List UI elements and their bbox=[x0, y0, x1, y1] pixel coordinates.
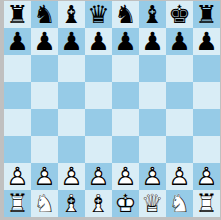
black-king-icon[interactable]: ♚ bbox=[166, 1, 193, 28]
black-piece-glyph: ♚ bbox=[166, 1, 193, 28]
square-h7[interactable]: ♟ bbox=[193, 28, 220, 55]
square-c2[interactable]: ♟♙ bbox=[58, 163, 85, 190]
square-g2[interactable]: ♟♙ bbox=[166, 163, 193, 190]
black-bishop-icon[interactable]: ♝ bbox=[58, 1, 85, 28]
square-e3[interactable] bbox=[112, 136, 139, 163]
black-piece-glyph: ♟ bbox=[31, 28, 58, 55]
square-g3[interactable] bbox=[166, 136, 193, 163]
square-a7[interactable]: ♟ bbox=[4, 28, 31, 55]
square-g5[interactable] bbox=[166, 82, 193, 109]
square-a5[interactable] bbox=[4, 82, 31, 109]
square-h3[interactable] bbox=[193, 136, 220, 163]
square-e8[interactable]: ♞ bbox=[112, 1, 139, 28]
white-king-icon[interactable]: ♚♔ bbox=[112, 190, 139, 217]
square-d3[interactable] bbox=[85, 136, 112, 163]
white-piece-outline: ♙ bbox=[58, 163, 85, 190]
black-piece-glyph: ♞ bbox=[31, 1, 58, 28]
square-h4[interactable] bbox=[193, 109, 220, 136]
square-g4[interactable] bbox=[166, 109, 193, 136]
square-b4[interactable] bbox=[31, 109, 58, 136]
black-piece-glyph: ♝ bbox=[139, 1, 166, 28]
black-rook-icon[interactable]: ♜ bbox=[193, 1, 220, 28]
black-pawn-icon[interactable]: ♟ bbox=[85, 28, 112, 55]
square-c8[interactable]: ♝ bbox=[58, 1, 85, 28]
square-a6[interactable] bbox=[4, 55, 31, 82]
square-h8[interactable]: ♜ bbox=[193, 1, 220, 28]
black-piece-glyph: ♜ bbox=[193, 1, 220, 28]
black-piece-glyph: ♟ bbox=[4, 28, 31, 55]
white-bishop-icon[interactable]: ♝♗ bbox=[58, 190, 85, 217]
square-e5[interactable] bbox=[112, 82, 139, 109]
white-pawn-icon[interactable]: ♟♙ bbox=[193, 163, 220, 190]
black-piece-glyph: ♛ bbox=[85, 1, 112, 28]
chess-app-window: ♜♞♝♛♞♝♚♜♟♟♟♟♟♟♟♟♟♙♟♙♟♙♟♙♟♙♟♙♟♙♟♙♜♖♞♘♝♗♝♗… bbox=[0, 0, 221, 220]
white-piece-outline: ♙ bbox=[85, 163, 112, 190]
white-pawn-icon[interactable]: ♟♙ bbox=[31, 163, 58, 190]
square-b2[interactable]: ♟♙ bbox=[31, 163, 58, 190]
black-bishop-icon[interactable]: ♝ bbox=[139, 1, 166, 28]
black-piece-glyph: ♟ bbox=[193, 28, 220, 55]
white-piece-outline: ♗ bbox=[85, 190, 112, 217]
square-c3[interactable] bbox=[58, 136, 85, 163]
square-c7[interactable]: ♟ bbox=[58, 28, 85, 55]
square-f3[interactable] bbox=[139, 136, 166, 163]
black-piece-glyph: ♞ bbox=[112, 1, 139, 28]
square-b3[interactable] bbox=[31, 136, 58, 163]
chess-board: ♜♞♝♛♞♝♚♜♟♟♟♟♟♟♟♟♟♙♟♙♟♙♟♙♟♙♟♙♟♙♟♙♜♖♞♘♝♗♝♗… bbox=[4, 1, 220, 217]
black-piece-glyph: ♟ bbox=[58, 28, 85, 55]
square-f5[interactable] bbox=[139, 82, 166, 109]
black-pawn-icon[interactable]: ♟ bbox=[112, 28, 139, 55]
square-d4[interactable] bbox=[85, 109, 112, 136]
black-knight-icon[interactable]: ♞ bbox=[112, 1, 139, 28]
square-e4[interactable] bbox=[112, 109, 139, 136]
square-d1[interactable]: ♝♗ bbox=[85, 190, 112, 217]
square-d5[interactable] bbox=[85, 82, 112, 109]
white-queen-icon[interactable]: ♛♕ bbox=[139, 190, 166, 217]
white-piece-outline: ♗ bbox=[58, 190, 85, 217]
white-piece-outline: ♙ bbox=[4, 163, 31, 190]
square-g8[interactable]: ♚ bbox=[166, 1, 193, 28]
white-piece-outline: ♘ bbox=[31, 190, 58, 217]
square-c4[interactable] bbox=[58, 109, 85, 136]
white-knight-icon[interactable]: ♞♘ bbox=[166, 190, 193, 217]
square-e1[interactable]: ♚♔ bbox=[112, 190, 139, 217]
square-a2[interactable]: ♟♙ bbox=[4, 163, 31, 190]
white-piece-outline: ♙ bbox=[166, 163, 193, 190]
black-piece-glyph: ♟ bbox=[112, 28, 139, 55]
white-piece-outline: ♘ bbox=[166, 190, 193, 217]
black-rook-icon[interactable]: ♜ bbox=[4, 1, 31, 28]
square-b6[interactable] bbox=[31, 55, 58, 82]
square-d2[interactable]: ♟♙ bbox=[85, 163, 112, 190]
black-pawn-icon[interactable]: ♟ bbox=[31, 28, 58, 55]
square-e7[interactable]: ♟ bbox=[112, 28, 139, 55]
white-pawn-icon[interactable]: ♟♙ bbox=[166, 163, 193, 190]
square-h2[interactable]: ♟♙ bbox=[193, 163, 220, 190]
black-piece-glyph: ♝ bbox=[58, 1, 85, 28]
square-f8[interactable]: ♝ bbox=[139, 1, 166, 28]
square-f7[interactable]: ♟ bbox=[139, 28, 166, 55]
white-piece-outline: ♖ bbox=[193, 190, 220, 217]
white-bishop-icon[interactable]: ♝♗ bbox=[85, 190, 112, 217]
square-b8[interactable]: ♞ bbox=[31, 1, 58, 28]
white-piece-outline: ♖ bbox=[4, 190, 31, 217]
square-d7[interactable]: ♟ bbox=[85, 28, 112, 55]
white-pawn-icon[interactable]: ♟♙ bbox=[85, 163, 112, 190]
square-a3[interactable] bbox=[4, 136, 31, 163]
white-rook-icon[interactable]: ♜♖ bbox=[193, 190, 220, 217]
square-g7[interactable]: ♟ bbox=[166, 28, 193, 55]
square-b5[interactable] bbox=[31, 82, 58, 109]
black-pawn-icon[interactable]: ♟ bbox=[139, 28, 166, 55]
white-pawn-icon[interactable]: ♟♙ bbox=[112, 163, 139, 190]
black-pawn-icon[interactable]: ♟ bbox=[166, 28, 193, 55]
white-piece-outline: ♙ bbox=[112, 163, 139, 190]
square-h5[interactable] bbox=[193, 82, 220, 109]
square-h1[interactable]: ♜♖ bbox=[193, 190, 220, 217]
white-piece-outline: ♙ bbox=[31, 163, 58, 190]
square-g1[interactable]: ♞♘ bbox=[166, 190, 193, 217]
black-piece-glyph: ♟ bbox=[139, 28, 166, 55]
black-pawn-icon[interactable]: ♟ bbox=[4, 28, 31, 55]
black-pawn-icon[interactable]: ♟ bbox=[193, 28, 220, 55]
square-d8[interactable]: ♛ bbox=[85, 1, 112, 28]
square-g6[interactable] bbox=[166, 55, 193, 82]
black-piece-glyph: ♜ bbox=[4, 1, 31, 28]
square-f1[interactable]: ♛♕ bbox=[139, 190, 166, 217]
square-f6[interactable] bbox=[139, 55, 166, 82]
square-f2[interactable]: ♟♙ bbox=[139, 163, 166, 190]
square-c6[interactable] bbox=[58, 55, 85, 82]
square-a1[interactable]: ♜♖ bbox=[4, 190, 31, 217]
black-piece-glyph: ♟ bbox=[166, 28, 193, 55]
white-piece-outline: ♙ bbox=[193, 163, 220, 190]
white-knight-icon[interactable]: ♞♘ bbox=[31, 190, 58, 217]
square-c1[interactable]: ♝♗ bbox=[58, 190, 85, 217]
square-e2[interactable]: ♟♙ bbox=[112, 163, 139, 190]
square-e6[interactable] bbox=[112, 55, 139, 82]
square-b1[interactable]: ♞♘ bbox=[31, 190, 58, 217]
square-c5[interactable] bbox=[58, 82, 85, 109]
white-piece-outline: ♕ bbox=[139, 190, 166, 217]
square-a8[interactable]: ♜ bbox=[4, 1, 31, 28]
black-knight-icon[interactable]: ♞ bbox=[31, 1, 58, 28]
white-piece-outline: ♙ bbox=[139, 163, 166, 190]
white-pawn-icon[interactable]: ♟♙ bbox=[4, 163, 31, 190]
white-pawn-icon[interactable]: ♟♙ bbox=[139, 163, 166, 190]
square-a4[interactable] bbox=[4, 109, 31, 136]
square-h6[interactable] bbox=[193, 55, 220, 82]
white-rook-icon[interactable]: ♜♖ bbox=[4, 190, 31, 217]
square-d6[interactable] bbox=[85, 55, 112, 82]
black-queen-icon[interactable]: ♛ bbox=[85, 1, 112, 28]
square-b7[interactable]: ♟ bbox=[31, 28, 58, 55]
black-pawn-icon[interactable]: ♟ bbox=[58, 28, 85, 55]
white-pawn-icon[interactable]: ♟♙ bbox=[58, 163, 85, 190]
square-f4[interactable] bbox=[139, 109, 166, 136]
white-piece-outline: ♔ bbox=[112, 190, 139, 217]
black-piece-glyph: ♟ bbox=[85, 28, 112, 55]
